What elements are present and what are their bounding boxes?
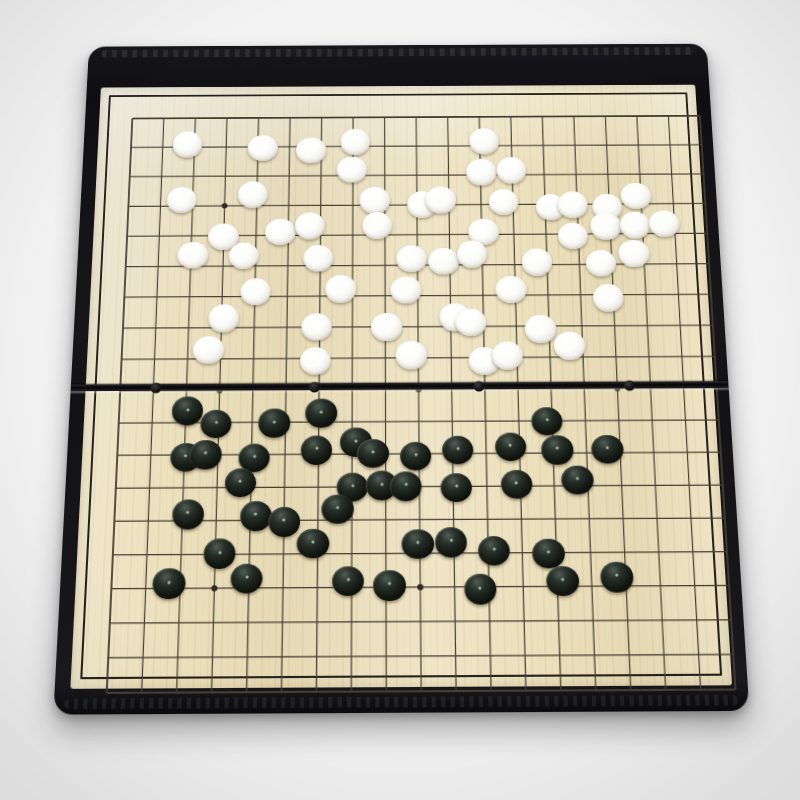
- black-stone: [561, 465, 594, 494]
- white-stone: [466, 159, 497, 185]
- white-stone: [619, 212, 651, 239]
- hinge-rivet: [473, 381, 484, 392]
- black-stone: [189, 440, 221, 469]
- black-stone: [306, 399, 338, 428]
- white-stone: [455, 309, 486, 337]
- white-stone: [492, 342, 524, 370]
- black-stone: [301, 436, 333, 465]
- black-stone: [297, 529, 329, 559]
- white-stone: [396, 341, 427, 369]
- black-stone: [373, 570, 405, 601]
- white-stone: [325, 275, 356, 302]
- white-stone: [193, 336, 225, 364]
- black-stone: [402, 529, 434, 559]
- white-stone: [371, 313, 402, 341]
- white-stone: [496, 157, 527, 183]
- white-stone: [362, 212, 392, 239]
- white-stone: [554, 332, 586, 360]
- white-stone: [525, 315, 557, 343]
- go-board: [0, 18, 800, 791]
- white-stone: [620, 183, 651, 210]
- white-stone: [426, 187, 457, 214]
- white-stone: [396, 245, 427, 272]
- white-stone: [648, 210, 680, 237]
- hinge-rivet: [624, 380, 635, 391]
- black-stone: [532, 538, 565, 568]
- white-stone: [340, 129, 370, 155]
- stones-layer: [101, 85, 695, 88]
- black-stone: [322, 494, 354, 524]
- white-stone: [390, 276, 421, 303]
- white-stone: [521, 249, 552, 276]
- white-stone: [495, 276, 526, 303]
- white-stone: [469, 128, 499, 154]
- board-frame: [53, 44, 749, 715]
- product-photo-scene: [0, 0, 800, 800]
- white-stone: [359, 187, 389, 214]
- black-stone: [546, 566, 579, 596]
- black-stone: [600, 562, 634, 592]
- black-stone: [541, 435, 574, 464]
- white-stone: [295, 213, 326, 240]
- white-stone: [456, 240, 487, 267]
- black-stone: [258, 409, 290, 438]
- black-stone: [268, 507, 300, 537]
- black-stone: [239, 501, 272, 531]
- white-stone: [428, 248, 459, 275]
- white-stone: [592, 284, 624, 312]
- black-stone: [390, 472, 422, 501]
- hinge-rivet: [309, 381, 320, 392]
- white-stone: [618, 240, 650, 267]
- white-stone: [590, 213, 621, 240]
- black-stone: [464, 574, 497, 605]
- white-stone: [337, 156, 367, 182]
- white-stone: [296, 137, 326, 163]
- black-stone: [435, 527, 467, 557]
- black-stone: [591, 435, 624, 464]
- white-stone: [557, 191, 588, 218]
